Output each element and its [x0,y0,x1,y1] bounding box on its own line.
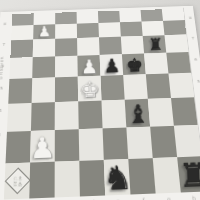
photo-stage: ©FISCHER 87654321 87654321 abcdefgh ♟♜♟♟… [0,0,200,200]
square-c3[interactable] [55,101,79,130]
square-d8[interactable] [77,11,99,23]
black-knight-e1[interactable]: ♞ [102,162,133,196]
square-e7[interactable] [98,22,120,37]
file-label-g: g [156,196,182,200]
corner-club-emblem: ♘♗ ♖♙ [4,167,30,194]
square-g8[interactable] [141,9,163,21]
square-f5[interactable]: ♚ [122,53,146,75]
rank-label-left-7: 7 [0,34,9,55]
white-king-d4[interactable]: ♚ [80,79,100,101]
square-g6[interactable]: ♜ [143,35,167,53]
rank-label-left-8: 8 [0,14,10,34]
square-e4[interactable] [100,75,124,100]
square-a2[interactable] [6,131,31,164]
square-g2[interactable] [150,126,177,158]
square-a8[interactable] [12,13,34,25]
square-f7[interactable] [120,22,143,37]
square-a4[interactable] [8,78,32,104]
square-c2[interactable] [55,129,80,161]
square-d3[interactable] [78,100,102,129]
square-b3[interactable] [31,102,55,131]
square-e1[interactable]: ♞ [104,159,131,196]
square-d7[interactable] [77,23,99,38]
square-a7[interactable] [11,25,33,40]
square-d4[interactable]: ♚ [78,76,102,101]
square-f8[interactable] [119,10,141,22]
square-f2[interactable] [126,127,152,159]
square-c5[interactable] [55,56,78,78]
square-b2[interactable]: ♟ [30,130,55,163]
square-b6[interactable] [33,39,55,57]
square-a6[interactable] [10,40,33,58]
square-d5[interactable]: ♟ [77,55,100,77]
square-a3[interactable] [7,103,32,132]
rank-label-left-2: 2 [0,147,3,173]
black-king-f5[interactable]: ♚ [125,56,142,75]
square-f3[interactable]: ♝ [125,99,150,128]
square-c8[interactable] [55,12,77,24]
square-h8[interactable] [162,9,185,21]
white-pawn-d5[interactable]: ♟ [80,57,97,76]
black-rook-h1[interactable]: ♜ [178,159,200,193]
square-b7[interactable]: ♟ [33,24,55,39]
square-f6[interactable] [121,36,144,54]
rank-label-right-8: 8 [185,8,196,28]
square-a1[interactable]: ♘♗ ♖♙ [4,163,30,200]
chess-board: ♟♜♟♟♚♚♝♟♘♗ ♖♙♞♜ [4,9,200,200]
square-g5[interactable] [144,53,168,75]
square-g1[interactable] [153,157,181,193]
rank-label-left-6: 6 [0,55,8,77]
square-f4[interactable] [123,74,148,99]
square-h6[interactable] [164,34,188,52]
rank-label-right-7: 7 [187,28,198,49]
square-c6[interactable] [55,38,77,56]
square-h1[interactable]: ♜ [177,156,200,192]
black-pawn-e5[interactable]: ♟ [103,56,120,75]
square-h5[interactable] [166,52,191,74]
square-d6[interactable] [77,37,100,55]
square-d1[interactable] [79,160,105,197]
white-pawn-b2[interactable]: ♟ [28,133,55,163]
square-e8[interactable] [98,11,120,23]
square-b4[interactable] [32,77,55,103]
square-b1[interactable] [29,162,54,199]
black-rook-g6[interactable]: ♜ [147,36,162,53]
square-e2[interactable] [103,128,129,160]
square-c4[interactable] [55,77,78,103]
square-a5[interactable] [9,57,32,79]
emblem-piece-glyphs: ♘♗ ♖♙ [9,175,25,187]
file-label-f: f [131,197,157,200]
rank-label-left-3: 3 [0,123,4,148]
vinyl-board-sheet: ©FISCHER 87654321 87654321 abcdefgh ♟♜♟♟… [0,6,200,200]
square-h7[interactable] [163,20,186,35]
square-c7[interactable] [55,24,77,39]
square-e3[interactable] [101,100,126,129]
white-pawn-b7[interactable]: ♟ [37,25,50,40]
square-h2[interactable] [174,125,200,157]
square-g3[interactable] [148,98,174,127]
square-g4[interactable] [146,73,171,98]
square-d2[interactable] [79,128,104,160]
rank-label-right-6: 6 [190,48,200,70]
file-label-h: h [181,195,200,200]
file-label-d: d [80,199,106,200]
file-label-e: e [105,198,131,200]
square-c1[interactable] [55,161,80,198]
rank-label-left-1: 1 [0,173,2,200]
rank-label-left-4: 4 [0,99,5,123]
square-h4[interactable] [168,73,194,98]
square-e6[interactable] [99,37,122,55]
square-b5[interactable] [32,56,55,78]
square-e5[interactable]: ♟ [100,54,124,76]
black-bishop-f3[interactable]: ♝ [126,102,149,128]
square-h3[interactable] [171,97,198,126]
